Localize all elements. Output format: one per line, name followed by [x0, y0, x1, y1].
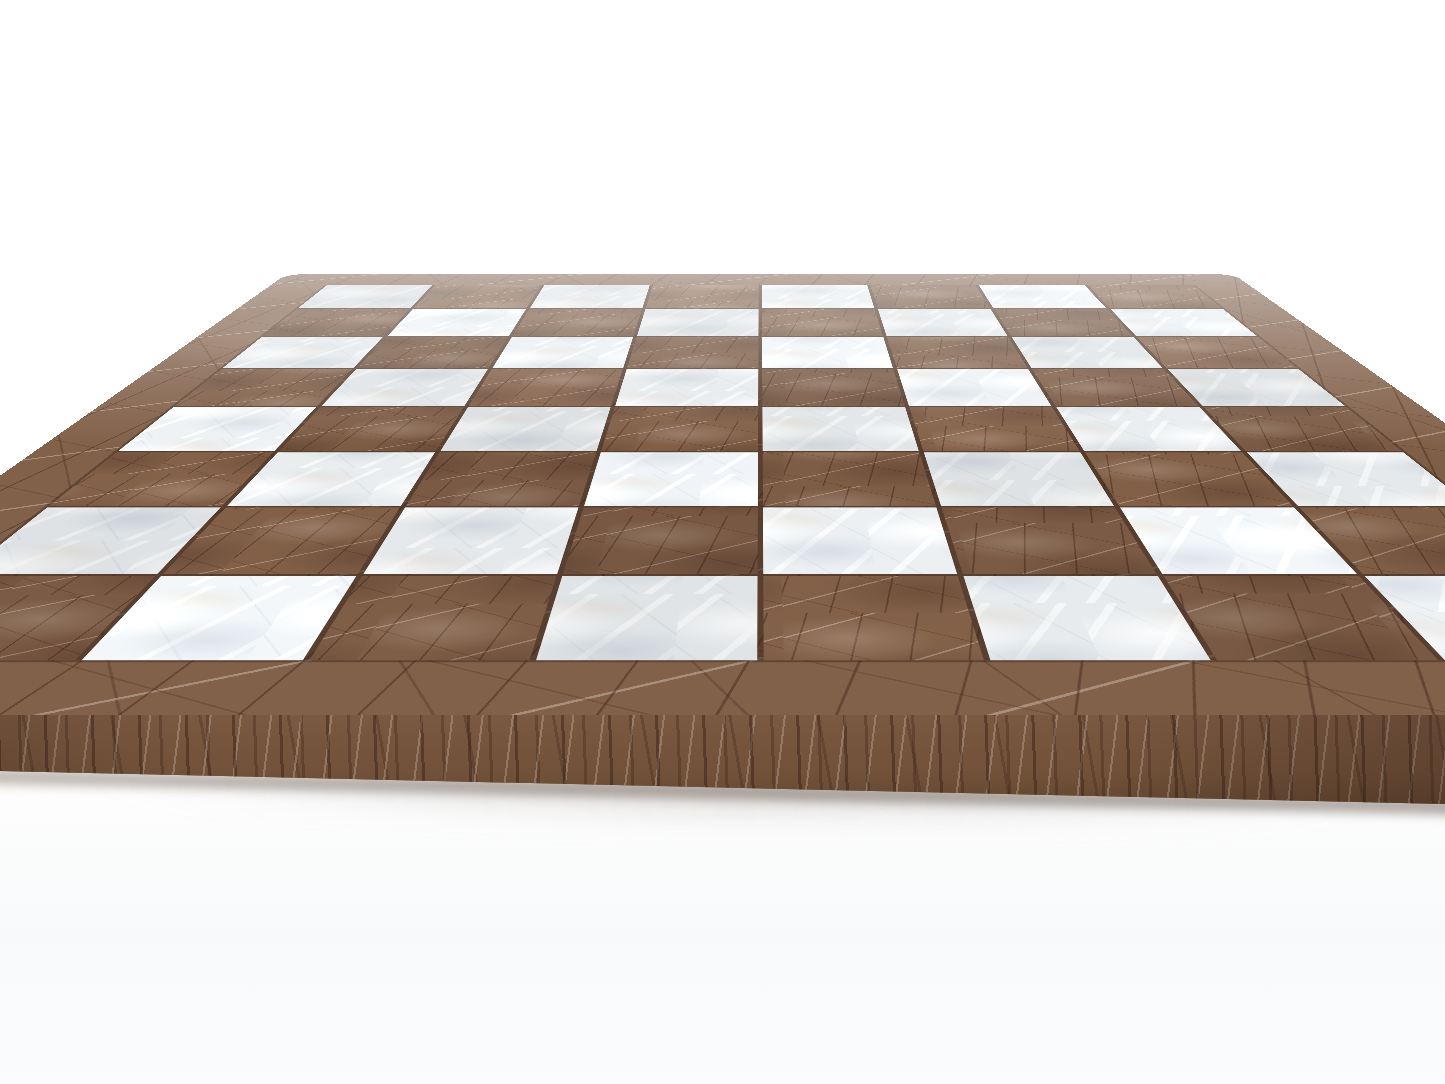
square-f2: [941, 508, 1156, 574]
square-c4: [440, 407, 610, 451]
square-a8: [298, 285, 433, 308]
square-b8: [414, 285, 542, 308]
square-f8: [870, 285, 990, 308]
square-f6: [887, 337, 1028, 368]
square-g8: [979, 285, 1107, 308]
square-d6: [627, 337, 758, 368]
square-e3: [762, 452, 935, 505]
square-d3: [584, 452, 757, 505]
square-a6: [223, 337, 384, 368]
square-e4: [762, 407, 919, 451]
square-f7: [878, 309, 1008, 336]
square-e7: [762, 309, 883, 336]
square-d5: [615, 369, 758, 406]
square-d4: [601, 407, 758, 451]
square-a7: [263, 309, 410, 336]
square-f4: [909, 407, 1079, 451]
square-d2: [563, 508, 757, 574]
square-h8: [1087, 285, 1222, 308]
square-g7: [994, 309, 1132, 336]
square-c6: [492, 337, 633, 368]
square-h5: [1167, 369, 1345, 406]
square-b7: [388, 309, 526, 336]
chess-board: [0, 274, 1445, 715]
square-c3: [406, 452, 596, 505]
square-c2: [363, 508, 578, 574]
square-g6: [1012, 337, 1163, 368]
square-c5: [469, 369, 623, 406]
square-c8: [530, 285, 650, 308]
square-f3: [924, 452, 1114, 505]
square-c7: [512, 309, 642, 336]
square-d1: [536, 576, 757, 660]
board-grid: [0, 285, 1445, 660]
square-h7: [1110, 309, 1257, 336]
square-d7: [637, 309, 758, 336]
square-f5: [897, 369, 1051, 406]
product-photo-scene: [0, 0, 1445, 1084]
square-e5: [762, 369, 905, 406]
square-d8: [646, 285, 759, 308]
square-e6: [762, 337, 893, 368]
square-b6: [357, 337, 508, 368]
square-e1: [763, 576, 984, 660]
square-e8: [762, 285, 875, 308]
square-e2: [763, 508, 957, 574]
square-h6: [1137, 337, 1298, 368]
